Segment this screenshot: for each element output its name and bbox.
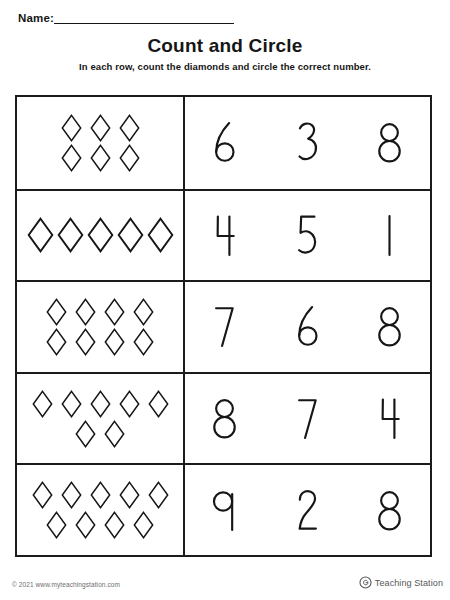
diamond-line: [75, 420, 125, 448]
number-choice-6[interactable]: [291, 304, 324, 349]
digit-glyph-5: [291, 213, 324, 258]
diamond-icon: [27, 217, 54, 253]
number-choice-8[interactable]: [373, 488, 406, 533]
diamond-icon: [133, 298, 154, 326]
page-subtitle: In each row, count the diamonds and circ…: [0, 61, 450, 72]
diamond-icon: [147, 217, 174, 253]
diamond-line: [46, 328, 154, 356]
number-choice-4[interactable]: [373, 396, 406, 441]
diamond-icon: [148, 390, 169, 418]
diamond-icon: [90, 481, 111, 509]
brand-logo: Teaching Station: [359, 576, 443, 589]
digit-glyph-8: [373, 304, 406, 349]
diamond-icon: [87, 217, 114, 253]
diamond-icon: [148, 481, 169, 509]
digit-glyph-8: [373, 120, 406, 165]
diamond-icon: [75, 328, 96, 356]
digit-glyph-8: [208, 396, 241, 441]
number-choice-8[interactable]: [208, 396, 241, 441]
worksheet-row-2: [17, 189, 430, 281]
diamond-icon: [75, 511, 96, 539]
number-cell-row-1: [185, 97, 430, 189]
number-choice-7[interactable]: [291, 396, 324, 441]
name-row: Name:: [18, 11, 234, 24]
digit-glyph-1: [373, 213, 406, 258]
diamond-icon: [61, 114, 82, 142]
digit-glyph-7: [208, 304, 241, 349]
diamond-icon: [90, 144, 111, 172]
number-cell-row-5: [185, 465, 430, 555]
diamond-line: [32, 390, 169, 418]
digit-glyph-3: [291, 120, 324, 165]
diamond-icon: [133, 511, 154, 539]
diamond-icon: [46, 511, 67, 539]
number-choice-8[interactable]: [373, 304, 406, 349]
digit-glyph-7: [291, 396, 324, 441]
digit-glyph-9: [208, 488, 241, 533]
diamond-cell-row-3: [17, 282, 185, 372]
footer-copyright: © 2021 www.myteachingstation.com: [12, 581, 120, 588]
diamond-icon: [104, 420, 125, 448]
name-input-line[interactable]: [54, 11, 234, 24]
diamond-icon: [119, 390, 140, 418]
worksheet-row-5: [17, 463, 430, 555]
page-title: Count and Circle: [0, 35, 450, 57]
worksheet-table: [15, 95, 432, 557]
worksheet-row-4: [17, 372, 430, 464]
diamond-icon: [104, 298, 125, 326]
diamond-icon: [61, 481, 82, 509]
number-choice-1[interactable]: [373, 213, 406, 258]
digit-glyph-4: [208, 213, 241, 258]
diamond-icon: [32, 481, 53, 509]
diamond-icon: [133, 328, 154, 356]
number-choice-7[interactable]: [208, 304, 241, 349]
digit-glyph-6: [291, 304, 324, 349]
number-choice-5[interactable]: [291, 213, 324, 258]
diamond-line: [32, 481, 169, 509]
diamond-line: [61, 114, 140, 142]
number-choice-2[interactable]: [291, 488, 324, 533]
worksheet-row-1: [17, 97, 430, 189]
teaching-station-swirl-icon: [359, 576, 372, 589]
worksheet-row-3: [17, 280, 430, 372]
digit-glyph-4: [373, 396, 406, 441]
diamond-cell-row-5: [17, 465, 185, 555]
diamond-line: [27, 217, 174, 253]
number-choice-9[interactable]: [208, 488, 241, 533]
diamond-cell-row-2: [17, 191, 185, 281]
diamond-icon: [90, 114, 111, 142]
diamond-icon: [46, 298, 67, 326]
diamond-icon: [90, 390, 111, 418]
number-cell-row-4: [185, 374, 430, 464]
number-choice-4[interactable]: [208, 213, 241, 258]
diamond-icon: [57, 217, 84, 253]
number-choice-3[interactable]: [291, 120, 324, 165]
diamond-icon: [46, 328, 67, 356]
diamond-icon: [119, 144, 140, 172]
diamond-icon: [61, 390, 82, 418]
diamond-line: [46, 511, 154, 539]
diamond-icon: [117, 217, 144, 253]
number-cell-row-2: [185, 191, 430, 281]
diamond-icon: [32, 390, 53, 418]
number-cell-row-3: [185, 282, 430, 372]
diamond-cell-row-4: [17, 374, 185, 464]
diamond-cell-row-1: [17, 97, 185, 189]
number-choice-6[interactable]: [208, 120, 241, 165]
diamond-icon: [75, 420, 96, 448]
digit-glyph-8: [373, 488, 406, 533]
name-label: Name:: [18, 12, 54, 24]
diamond-icon: [104, 511, 125, 539]
digit-glyph-6: [208, 120, 241, 165]
worksheet-page: Name: Count and Circle In each row, coun…: [0, 0, 450, 600]
digit-glyph-2: [291, 488, 324, 533]
diamond-icon: [119, 114, 140, 142]
brand-name: Teaching Station: [375, 578, 443, 588]
diamond-line: [46, 298, 154, 326]
number-choice-8[interactable]: [373, 120, 406, 165]
diamond-icon: [104, 328, 125, 356]
diamond-line: [61, 144, 140, 172]
diamond-icon: [75, 298, 96, 326]
diamond-icon: [119, 481, 140, 509]
diamond-icon: [61, 144, 82, 172]
